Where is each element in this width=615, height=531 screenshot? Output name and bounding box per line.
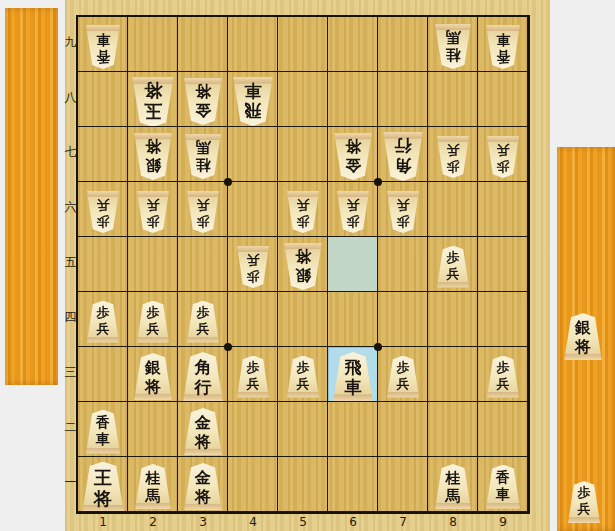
koma[interactable]: 歩兵 [336,191,370,233]
board-cell[interactable] [478,182,528,237]
koma-kanji: 歩 [247,268,260,284]
koma-kanji: 兵 [497,376,510,392]
koma-kanji: 車 [345,377,362,397]
koma-kanji: 歩 [147,305,160,321]
koma-kanji: 銀 [295,266,311,285]
board-cell[interactable] [428,402,478,457]
board-cell[interactable] [78,237,128,292]
koma-kanji: 歩 [397,213,410,229]
koma-kanji: 兵 [297,376,310,392]
board-cell[interactable] [278,17,328,72]
board-cell[interactable]: 飛車 [228,72,278,127]
board-cell[interactable]: 歩兵 [278,182,328,237]
koma-kanji: 将 [145,137,161,156]
board-cell[interactable]: 金将 [178,457,228,512]
koma-kanji: 歩 [97,213,110,229]
koma[interactable]: 歩兵 [86,301,120,343]
koma[interactable]: 香車 [485,465,521,509]
koma[interactable]: 歩兵 [236,356,270,398]
koma[interactable]: 金将 [333,133,373,180]
board-cell[interactable] [78,72,128,127]
board-cell[interactable]: 金将 [178,402,228,457]
board-cell[interactable]: 歩兵 [478,127,528,182]
file-label: 4 [228,513,278,530]
koma[interactable]: 王将 [81,462,125,512]
file-label: 2 [128,513,178,530]
file-label: 8 [428,513,478,530]
koma-kanji: 香 [96,414,110,431]
koma-kanji: 金 [195,413,211,432]
koma-kanji: 兵 [297,197,310,213]
koma[interactable]: 香車 [485,25,521,69]
board-cell[interactable] [278,402,328,457]
file-label: 1 [78,513,128,530]
koma-kanji: 兵 [447,142,460,158]
board-cell[interactable]: 角行 [378,127,428,182]
koma[interactable]: 歩兵 [486,136,520,178]
koma[interactable]: 金将 [183,463,223,510]
koma-kanji: 兵 [247,252,260,268]
file-label: 6 [328,513,378,530]
board-cell[interactable] [378,72,428,127]
koma-kanji: 馬 [446,487,461,505]
star-point [374,178,382,186]
koma-kanji: 角 [395,156,412,176]
file-labels: 123456789 [78,513,528,530]
board-cell[interactable] [478,402,528,457]
board-cell[interactable] [328,17,378,72]
koma[interactable]: 玉将 [131,77,175,127]
koma-kanji: 金 [345,156,361,175]
rank-label: 八 [65,70,76,125]
board-cell[interactable] [478,292,528,347]
file-label: 3 [178,513,228,530]
board-cell[interactable] [128,237,178,292]
board-cell[interactable]: 歩兵 [428,237,478,292]
board-cell[interactable] [378,402,428,457]
rank-label: 四 [65,290,76,345]
koma-kanji: 車 [96,31,110,48]
rank-label: 九 [65,15,76,70]
koma-kanji: 兵 [397,197,410,213]
koma-kanji: 車 [245,81,262,101]
koma[interactable]: 角行 [182,352,224,401]
file-label: 9 [478,513,528,530]
koma[interactable]: 歩兵 [86,191,120,233]
board-cell[interactable]: 歩兵 [78,182,128,237]
koma-kanji: 桂 [446,46,461,64]
board-cell[interactable] [478,72,528,127]
koma-kanji: 銀 [575,318,591,337]
board-cell[interactable]: 歩兵 [278,347,328,402]
board-cell[interactable] [228,402,278,457]
board-cell[interactable] [128,17,178,72]
rank-label: 二 [65,400,76,455]
board-cell[interactable]: 歩兵 [78,292,128,347]
board-cell[interactable]: 歩兵 [378,182,428,237]
board-cell[interactable]: 歩兵 [228,237,278,292]
koma-kanji: 将 [295,247,311,266]
board-cell[interactable]: 桂馬 [178,127,228,182]
koma-kanji: 将 [345,137,361,156]
koma-kanji: 兵 [147,321,160,337]
koma-kanji: 桂 [196,156,211,174]
koma-kanji: 歩 [447,250,460,266]
koma[interactable]: 歩兵 [186,191,220,233]
koma[interactable]: 角行 [382,132,424,181]
koma-kanji: 歩 [197,213,210,229]
board-cell[interactable]: 金将 [328,127,378,182]
koma-kanji: 兵 [578,501,591,517]
koma-kanji: 将 [145,377,161,396]
shogi-board: 九八七六五四三二一 香車桂馬香車玉将金将飛車銀将桂馬金将角行歩兵歩兵歩兵歩兵歩兵… [65,0,550,531]
board-cell[interactable] [178,237,228,292]
board-grid: 香車桂馬香車玉将金将飛車銀将桂馬金将角行歩兵歩兵歩兵歩兵歩兵歩兵歩兵歩兵歩兵銀将… [76,15,530,514]
board-cell[interactable] [328,72,378,127]
koma-kanji: 桂 [446,469,461,487]
koma-kanji: 金 [195,468,211,487]
koma-kanji: 歩 [497,360,510,376]
board-cell[interactable] [478,237,528,292]
koma-kanji: 香 [496,469,510,486]
koma[interactable]: 歩兵 [236,246,270,288]
koma-in-hand[interactable]: 歩兵 [567,481,601,523]
koma-kanji: 兵 [97,321,110,337]
board-cell[interactable]: 香車 [478,17,528,72]
koma[interactable]: 桂馬 [434,24,472,69]
board-cell[interactable] [78,347,128,402]
koma[interactable]: 歩兵 [386,191,420,233]
koma-kanji: 玉 [144,101,162,122]
koma-kanji: 兵 [97,197,110,213]
board-cell[interactable]: 玉将 [128,72,178,127]
koma[interactable]: 銀将 [133,133,173,180]
board-cell[interactable]: 香車 [78,402,128,457]
koma-kanji: 歩 [97,305,110,321]
board-cell[interactable]: 銀将 [128,127,178,182]
koma-kanji: 将 [195,432,211,451]
board-cell[interactable] [428,292,478,347]
board-cell[interactable] [378,292,428,347]
koma-kanji: 兵 [347,197,360,213]
board-cell[interactable]: 香車 [78,17,128,72]
koma-kanji: 銀 [145,156,161,175]
board-cell[interactable]: 歩兵 [128,182,178,237]
board-cell[interactable]: 銀将 [278,237,328,292]
board-cell[interactable]: 歩兵 [378,347,428,402]
board-cell[interactable] [228,127,278,182]
koma-kanji: 角 [195,357,212,377]
board-cell[interactable] [428,182,478,237]
star-point [224,343,232,351]
koma-kanji: 兵 [247,376,260,392]
board-cell[interactable] [228,292,278,347]
board-cell[interactable] [178,17,228,72]
bottom-player-komadai: 銀将歩兵 [557,147,615,531]
koma[interactable]: 歩兵 [186,301,220,343]
koma[interactable]: 金将 [183,78,223,125]
koma-kanji: 歩 [297,360,310,376]
koma[interactable]: 桂馬 [134,464,172,509]
koma[interactable]: 銀将 [133,353,173,400]
koma-kanji: 歩 [447,158,460,174]
koma[interactable]: 飛車 [232,77,274,126]
koma[interactable]: 飛車 [332,352,374,401]
board-cell[interactable] [428,72,478,127]
koma[interactable]: 歩兵 [286,191,320,233]
board-cell[interactable]: 飛車 [328,347,378,402]
koma[interactable]: 歩兵 [436,136,470,178]
koma-kanji: 兵 [497,142,510,158]
board-cell[interactable]: 王将 [78,457,128,512]
board-cell[interactable] [128,402,178,457]
board-cell[interactable] [328,292,378,347]
koma-kanji: 飛 [345,357,362,377]
koma-kanji: 香 [96,48,110,65]
koma[interactable]: 歩兵 [136,301,170,343]
koma-kanji: 王 [94,467,112,488]
star-point [374,343,382,351]
koma-kanji: 兵 [447,266,460,282]
koma[interactable]: 歩兵 [436,246,470,288]
star-point [224,178,232,186]
shogi-app: 九八七六五四三二一 香車桂馬香車玉将金将飛車銀将桂馬金将角行歩兵歩兵歩兵歩兵歩兵… [0,0,615,531]
koma-kanji: 兵 [197,197,210,213]
koma-kanji: 兵 [397,376,410,392]
koma[interactable]: 桂馬 [434,464,472,509]
board-cell[interactable] [378,237,428,292]
file-label: 7 [378,513,428,530]
board-cell[interactable] [328,237,378,292]
file-label: 5 [278,513,328,530]
board-cell[interactable]: 歩兵 [178,182,228,237]
board-cell[interactable] [428,347,478,402]
board-cell[interactable]: 歩兵 [478,347,528,402]
board-cell[interactable]: 角行 [178,347,228,402]
koma-kanji: 行 [195,377,212,397]
koma-kanji: 歩 [247,360,260,376]
koma-kanji: 歩 [497,158,510,174]
koma[interactable]: 香車 [85,410,121,454]
koma[interactable]: 香車 [85,25,121,69]
koma-kanji: 飛 [245,101,262,121]
board-cell[interactable]: 金将 [178,72,228,127]
koma-kanji: 銀 [145,358,161,377]
board-cell[interactable]: 桂馬 [428,17,478,72]
koma-kanji: 兵 [197,321,210,337]
koma-kanji: 歩 [578,485,591,501]
koma-kanji: 将 [94,488,112,509]
board-cell[interactable] [228,457,278,512]
koma[interactable]: 金将 [183,408,223,455]
koma-kanji: 歩 [347,213,360,229]
board-cell[interactable]: 桂馬 [428,457,478,512]
board-cell[interactable] [228,182,278,237]
koma-kanji: 金 [195,101,211,120]
koma-kanji: 香 [496,48,510,65]
koma[interactable]: 歩兵 [136,191,170,233]
board-cell[interactable]: 香車 [478,457,528,512]
koma[interactable]: 桂馬 [184,134,222,179]
koma-kanji: 歩 [297,213,310,229]
koma-kanji: 馬 [146,487,161,505]
board-cell[interactable] [378,17,428,72]
top-player-komadai [5,8,58,385]
board-cell[interactable]: 桂馬 [128,457,178,512]
koma-kanji: 兵 [147,197,160,213]
board-cell[interactable] [328,402,378,457]
koma-kanji: 歩 [147,213,160,229]
koma-kanji: 将 [144,80,162,101]
koma-kanji: 行 [395,136,412,156]
koma-kanji: 歩 [197,305,210,321]
koma-in-hand[interactable]: 銀将 [563,313,603,360]
board-cell[interactable] [378,457,428,512]
board-cell[interactable]: 歩兵 [328,182,378,237]
board-cell[interactable] [328,457,378,512]
rank-label: 三 [65,345,76,400]
koma[interactable]: 歩兵 [286,356,320,398]
board-cell[interactable] [278,72,328,127]
koma-kanji: 車 [96,431,110,448]
board-cell[interactable] [228,17,278,72]
rank-labels: 九八七六五四三二一 [65,15,76,510]
board-cell[interactable]: 歩兵 [428,127,478,182]
koma-kanji: 馬 [196,138,211,156]
koma-kanji: 車 [496,31,510,48]
koma[interactable]: 歩兵 [386,356,420,398]
board-cell[interactable]: 銀将 [128,347,178,402]
rank-label: 五 [65,235,76,290]
board-cell[interactable] [78,127,128,182]
koma-kanji: 将 [195,487,211,506]
koma[interactable]: 歩兵 [486,356,520,398]
koma-kanji: 将 [575,337,591,356]
koma-kanji: 車 [496,486,510,503]
board-cell[interactable] [278,292,328,347]
board-cell[interactable]: 歩兵 [228,347,278,402]
koma-kanji: 桂 [146,469,161,487]
board-cell[interactable] [278,127,328,182]
koma-kanji: 将 [195,82,211,101]
board-cell[interactable] [278,457,328,512]
rank-label: 六 [65,180,76,235]
koma-kanji: 歩 [397,360,410,376]
koma-kanji: 馬 [446,28,461,46]
board-cell[interactable]: 歩兵 [178,292,228,347]
koma[interactable]: 銀将 [283,243,323,290]
rank-label: 七 [65,125,76,180]
rank-label: 一 [65,455,76,510]
board-cell[interactable]: 歩兵 [128,292,178,347]
